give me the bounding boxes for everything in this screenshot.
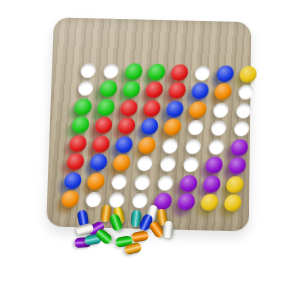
peg-blue-r3-c5[interactable] <box>165 100 184 117</box>
cell-r7-c7 <box>199 174 224 193</box>
cell-r4-c1 <box>68 116 94 135</box>
hole-r8-c3[interactable] <box>108 193 125 209</box>
peg-grid <box>57 61 260 213</box>
peg-orange-r4-c5[interactable] <box>163 119 182 136</box>
peg-green-r3-c2[interactable] <box>96 99 115 116</box>
cell-r3-c5 <box>162 100 187 119</box>
hole-r7-c4[interactable] <box>134 175 151 190</box>
hole-r5-c5[interactable] <box>162 138 179 153</box>
cell-r4-c7 <box>206 119 231 138</box>
cell-r3-c1 <box>70 97 95 116</box>
cell-r6-c3 <box>109 154 135 173</box>
cell-r5-c2 <box>88 135 114 154</box>
peg-yellow-r8-c8[interactable] <box>223 194 242 212</box>
peg-red-r2-c4[interactable] <box>145 82 164 99</box>
cell-r5-c5 <box>158 136 183 155</box>
peg-green-r3-c1[interactable] <box>73 98 92 115</box>
cell-r7-c5 <box>153 173 179 192</box>
peg-green-r1-c3[interactable] <box>124 63 143 80</box>
cell-r5-c6 <box>181 137 206 156</box>
cell-r8-c8 <box>220 194 245 213</box>
cell-r7-c6 <box>176 174 201 193</box>
peg-blue-r1-c7[interactable] <box>216 65 235 82</box>
peg-purple-r5-c8[interactable] <box>230 139 249 156</box>
cell-r4-c2 <box>91 116 117 135</box>
peg-orange-r2-c7[interactable] <box>214 83 233 100</box>
cell-r4-c4 <box>137 117 162 136</box>
peg-green-r2-c3[interactable] <box>122 81 141 98</box>
peg-orange-r8-c1[interactable] <box>61 190 81 208</box>
peg-yellow-r1-c8[interactable] <box>239 66 258 83</box>
peg-red-r4-c3[interactable] <box>117 118 136 135</box>
peg-green-r1-c4[interactable] <box>147 63 166 80</box>
peg-green-r2-c2[interactable] <box>99 80 118 97</box>
product-photo-background <box>0 0 300 300</box>
hole-r1-c6[interactable] <box>194 66 211 81</box>
cell-r7-c4 <box>130 173 156 192</box>
hole-r3-c7[interactable] <box>212 102 229 117</box>
cell-r1-c4 <box>144 63 169 82</box>
hole-r4-c7[interactable] <box>210 121 227 136</box>
hole-r2-c8[interactable] <box>238 85 255 100</box>
peg-orange-r6-c3[interactable] <box>112 154 131 171</box>
cell-r8-c1 <box>57 190 83 209</box>
peg-red-r6-c1[interactable] <box>66 153 85 170</box>
peg-purple-r6-c7[interactable] <box>205 157 224 174</box>
hole-r6-c5[interactable] <box>159 157 176 172</box>
hole-r3-c8[interactable] <box>235 103 252 118</box>
peg-blue-r5-c3[interactable] <box>114 136 133 153</box>
peg-orange-r3-c6[interactable] <box>188 101 207 118</box>
loose-peg-white[interactable] <box>162 221 173 239</box>
cell-r3-c6 <box>185 100 210 119</box>
peg-blue-r4-c4[interactable] <box>140 118 159 135</box>
cell-r8-c7 <box>197 193 223 212</box>
hole-r6-c4[interactable] <box>136 156 153 171</box>
cell-r2-c3 <box>119 80 144 99</box>
cell-r6-c1 <box>63 152 89 171</box>
peg-red-r3-c4[interactable] <box>142 100 161 117</box>
cell-r5-c7 <box>204 137 229 156</box>
cell-r1-c6 <box>190 64 215 83</box>
peg-orange-r5-c4[interactable] <box>138 136 157 153</box>
peg-purple-r7-c7[interactable] <box>202 175 221 193</box>
cell-r2-c2 <box>96 80 121 99</box>
peg-purple-r7-c6[interactable] <box>179 175 198 193</box>
hole-r1-c1[interactable] <box>80 63 97 78</box>
hole-r5-c7[interactable] <box>208 139 225 154</box>
peg-red-r5-c2[interactable] <box>91 135 110 152</box>
cell-r7-c8 <box>222 175 247 194</box>
hole-r1-c2[interactable] <box>103 63 120 78</box>
hole-r2-c1[interactable] <box>77 81 94 96</box>
hole-r8-c4[interactable] <box>131 193 148 209</box>
cell-r4-c6 <box>183 118 208 137</box>
cell-r2-c4 <box>142 81 167 100</box>
cell-r6-c6 <box>178 155 203 174</box>
cell-r1-c7 <box>213 64 238 83</box>
peg-blue-r2-c6[interactable] <box>191 83 210 100</box>
cell-r2-c6 <box>188 82 213 101</box>
cell-r2-c1 <box>73 79 98 98</box>
cell-r4-c5 <box>160 118 185 137</box>
cell-r2-c7 <box>211 82 236 101</box>
peg-green-r4-c1[interactable] <box>71 116 90 133</box>
hole-r6-c6[interactable] <box>183 157 200 172</box>
cell-r7-c2 <box>83 172 109 191</box>
cell-r3-c8 <box>231 101 256 120</box>
peg-blue-r7-c1[interactable] <box>63 172 82 190</box>
cell-r4-c3 <box>114 117 139 136</box>
cell-r5-c8 <box>227 138 252 157</box>
cell-r6-c5 <box>155 155 180 174</box>
cell-r1-c2 <box>98 61 123 80</box>
hole-r4-c6[interactable] <box>187 120 204 135</box>
cell-r7-c3 <box>106 172 132 191</box>
cell-r6-c8 <box>225 156 250 175</box>
hole-r8-c2[interactable] <box>85 192 102 208</box>
peg-red-r5-c1[interactable] <box>68 135 87 152</box>
cell-r1-c3 <box>121 62 146 81</box>
peg-yellow-r8-c7[interactable] <box>200 194 219 212</box>
peg-red-r1-c5[interactable] <box>170 64 189 81</box>
peg-red-r2-c5[interactable] <box>168 82 187 99</box>
cell-r8-c6 <box>174 192 200 211</box>
cell-r3-c2 <box>93 98 118 117</box>
peg-purple-r6-c8[interactable] <box>228 157 247 174</box>
cell-r1-c8 <box>236 65 261 84</box>
cell-r3-c4 <box>139 99 164 118</box>
cell-r6-c7 <box>201 156 226 175</box>
cell-r3-c7 <box>208 101 233 120</box>
peg-red-r3-c3[interactable] <box>119 99 138 116</box>
hole-r4-c8[interactable] <box>233 121 250 136</box>
cell-r5-c4 <box>134 136 159 155</box>
peg-yellow-r7-c8[interactable] <box>225 176 244 194</box>
peg-blue-r6-c2[interactable] <box>89 154 108 171</box>
pegboard <box>46 17 251 231</box>
peg-orange-r7-c2[interactable] <box>86 172 105 190</box>
peg-purple-r8-c6[interactable] <box>177 193 196 211</box>
cell-r3-c3 <box>116 98 141 117</box>
peg-red-r4-c2[interactable] <box>94 117 113 134</box>
hole-r7-c5[interactable] <box>157 175 174 190</box>
cell-r6-c4 <box>132 154 158 173</box>
cell-r2-c8 <box>233 83 258 102</box>
loose-peg-orange[interactable] <box>131 230 149 243</box>
cell-r7-c1 <box>60 171 86 190</box>
cell-r5-c1 <box>65 134 91 153</box>
hole-r5-c6[interactable] <box>185 139 202 154</box>
hole-r7-c3[interactable] <box>111 174 128 189</box>
cell-r4-c8 <box>229 119 254 138</box>
cell-r1-c5 <box>167 63 192 82</box>
cell-r1-c1 <box>76 61 101 80</box>
cell-r5-c3 <box>111 135 137 154</box>
cell-r6-c2 <box>86 153 112 172</box>
cell-r2-c5 <box>165 81 190 100</box>
